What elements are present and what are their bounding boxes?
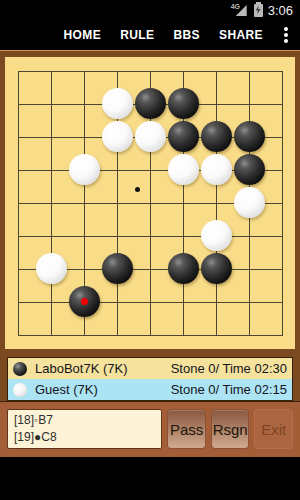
black-stone <box>168 121 199 152</box>
board-point[interactable] <box>134 120 167 153</box>
board-point[interactable] <box>35 153 68 186</box>
white-player-name: Guest (7K) <box>35 382 98 397</box>
board-point[interactable] <box>200 186 233 219</box>
nav-item-bbs[interactable]: BBS <box>173 28 200 42</box>
black-stone-icon <box>13 362 27 376</box>
board-point[interactable] <box>68 120 101 153</box>
board-point[interactable] <box>35 87 68 120</box>
board-point[interactable] <box>233 285 266 318</box>
board-point[interactable] <box>101 252 134 285</box>
white-stone <box>102 88 133 119</box>
board-point[interactable] <box>266 120 299 153</box>
battery-charging-icon <box>254 4 263 17</box>
board-point[interactable] <box>68 285 101 318</box>
board-point[interactable] <box>233 186 266 219</box>
app-window: 4G 3:06 HOME RULE BBS SHARE LaboBot7K (7… <box>0 0 300 500</box>
black-player-name: LaboBot7K (7K) <box>35 361 128 376</box>
board-point[interactable] <box>266 54 299 87</box>
board-point[interactable] <box>200 54 233 87</box>
board-point[interactable] <box>68 252 101 285</box>
board-point[interactable] <box>233 87 266 120</box>
white-stone <box>201 220 232 251</box>
move-log-line: [19]●C8 <box>14 429 155 446</box>
board-point[interactable] <box>134 252 167 285</box>
board-point[interactable] <box>167 318 200 351</box>
black-stone <box>135 88 166 119</box>
players-box: LaboBot7K (7K) Stone 0/ Time 02:30 Guest… <box>7 357 293 401</box>
resign-button[interactable]: Rsgn <box>211 409 250 449</box>
board-point[interactable] <box>200 153 233 186</box>
board-point[interactable] <box>68 186 101 219</box>
board-point[interactable] <box>134 318 167 351</box>
control-panel: [18]◦B7 [19]●C8 Pass Rsgn Exit <box>0 401 300 457</box>
board-point[interactable] <box>200 219 233 252</box>
board-point[interactable] <box>101 153 134 186</box>
board-point[interactable] <box>68 153 101 186</box>
board-point[interactable] <box>200 318 233 351</box>
players-section: LaboBot7K (7K) Stone 0/ Time 02:30 Guest… <box>0 357 300 401</box>
exit-button[interactable]: Exit <box>254 409 293 449</box>
board-point[interactable] <box>2 87 35 120</box>
board-point[interactable] <box>101 219 134 252</box>
board-point[interactable] <box>134 153 167 186</box>
board-point[interactable] <box>101 87 134 120</box>
lightning-bolt-icon <box>256 6 261 15</box>
board-point[interactable] <box>2 219 35 252</box>
board-point[interactable] <box>35 318 68 351</box>
go-board[interactable] <box>5 57 295 349</box>
board-point[interactable] <box>2 252 35 285</box>
board-point[interactable] <box>101 318 134 351</box>
board-point[interactable] <box>35 285 68 318</box>
board-point[interactable] <box>101 54 134 87</box>
cellular-signal-icon: 4G <box>231 3 247 17</box>
board-point[interactable] <box>167 54 200 87</box>
board-point[interactable] <box>35 186 68 219</box>
board-point[interactable] <box>2 54 35 87</box>
status-bar: 4G 3:06 <box>0 0 300 20</box>
nav-item-home[interactable]: HOME <box>64 28 102 42</box>
white-stone <box>69 154 100 185</box>
overflow-menu-icon[interactable] <box>282 24 290 46</box>
board-point[interactable] <box>200 87 233 120</box>
board-point[interactable] <box>233 219 266 252</box>
board-point[interactable] <box>167 87 200 120</box>
move-log: [18]◦B7 [19]●C8 <box>7 409 162 449</box>
board-point[interactable] <box>233 318 266 351</box>
board-point[interactable] <box>233 54 266 87</box>
board-point[interactable] <box>134 87 167 120</box>
white-stone <box>234 187 265 218</box>
board-point[interactable] <box>233 120 266 153</box>
white-stone-icon <box>13 383 27 397</box>
board-point[interactable] <box>200 120 233 153</box>
board-point[interactable] <box>2 285 35 318</box>
white-stone <box>102 121 133 152</box>
board-point[interactable] <box>266 219 299 252</box>
board-point[interactable] <box>266 252 299 285</box>
board-point[interactable] <box>2 186 35 219</box>
board-point[interactable] <box>167 285 200 318</box>
black-stone <box>234 121 265 152</box>
board-point[interactable] <box>2 318 35 351</box>
board-point[interactable] <box>134 219 167 252</box>
board-point[interactable] <box>68 318 101 351</box>
black-stone <box>69 286 100 317</box>
pass-button[interactable]: Pass <box>167 409 206 449</box>
nav-item-rule[interactable]: RULE <box>120 28 154 42</box>
white-stone <box>135 121 166 152</box>
board-point[interactable] <box>266 186 299 219</box>
black-stone <box>102 253 133 284</box>
nav-item-share[interactable]: SHARE <box>219 28 263 42</box>
board-point[interactable] <box>35 120 68 153</box>
board-point[interactable] <box>167 252 200 285</box>
action-bar: HOME RULE BBS SHARE <box>0 20 300 50</box>
board-point[interactable] <box>167 153 200 186</box>
board-point[interactable] <box>266 153 299 186</box>
board-point[interactable] <box>134 285 167 318</box>
white-stone <box>168 154 199 185</box>
board-point[interactable] <box>167 219 200 252</box>
board-point[interactable] <box>68 87 101 120</box>
bottom-black-bar <box>0 457 300 500</box>
board-point[interactable] <box>101 186 134 219</box>
board-point[interactable] <box>266 318 299 351</box>
board-point[interactable] <box>2 153 35 186</box>
board-point[interactable] <box>200 285 233 318</box>
clock-time: 3:06 <box>268 3 293 18</box>
board-point[interactable] <box>35 219 68 252</box>
board-point[interactable] <box>167 186 200 219</box>
board-point[interactable] <box>167 120 200 153</box>
white-stone <box>36 253 67 284</box>
board-point[interactable] <box>101 120 134 153</box>
board-point[interactable] <box>266 87 299 120</box>
network-type-label: 4G <box>231 3 240 10</box>
board-point[interactable] <box>101 285 134 318</box>
board-frame <box>0 50 300 357</box>
board-point[interactable] <box>134 54 167 87</box>
board-point[interactable] <box>266 285 299 318</box>
board-point[interactable] <box>2 120 35 153</box>
board-point[interactable] <box>35 54 68 87</box>
last-move-marker <box>81 298 88 305</box>
board-stones <box>2 54 299 351</box>
black-stone <box>201 121 232 152</box>
black-stone <box>234 154 265 185</box>
black-stone <box>201 253 232 284</box>
move-log-line: [18]◦B7 <box>14 412 155 429</box>
black-stone <box>168 88 199 119</box>
board-point[interactable] <box>68 54 101 87</box>
black-player-row: LaboBot7K (7K) Stone 0/ Time 02:30 <box>8 358 292 379</box>
white-player-row: Guest (7K) Stone 0/ Time 02:15 <box>8 379 292 400</box>
white-stone <box>201 154 232 185</box>
black-stone <box>168 253 199 284</box>
board-point[interactable] <box>233 153 266 186</box>
white-player-status: Stone 0/ Time 02:15 <box>171 382 287 397</box>
board-point[interactable] <box>200 252 233 285</box>
board-point[interactable] <box>233 252 266 285</box>
board-point[interactable] <box>35 252 68 285</box>
black-player-status: Stone 0/ Time 02:30 <box>171 361 287 376</box>
board-point[interactable] <box>68 219 101 252</box>
board-point[interactable] <box>134 186 167 219</box>
